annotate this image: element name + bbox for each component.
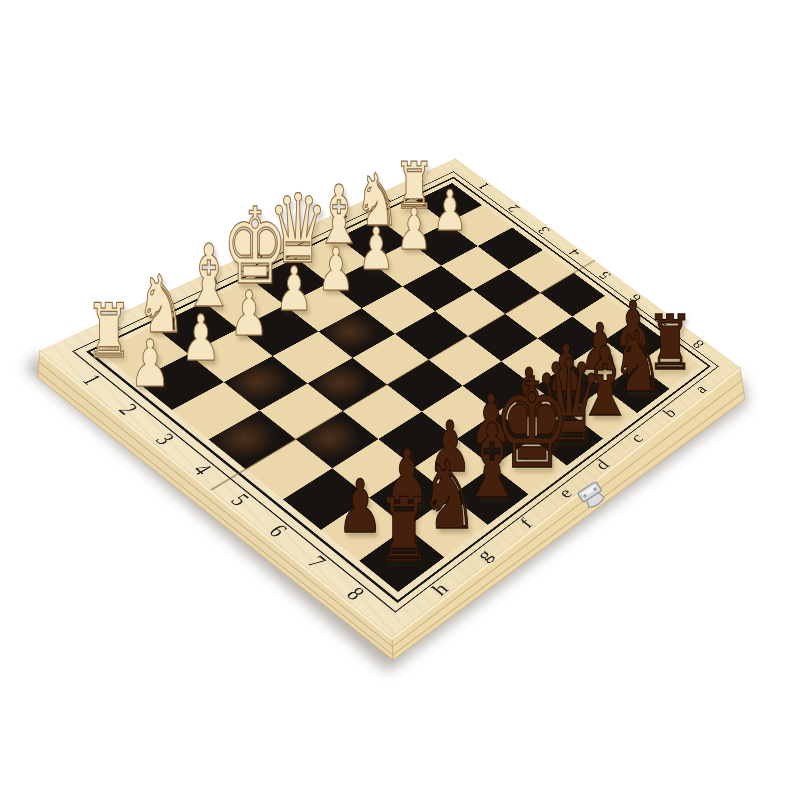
clasp-overlay bbox=[0, 0, 800, 800]
chess-set-photo: 11hh22gg33ff44ee55dd66cc77bb88aa ♜♞♟♝♟♛♟… bbox=[0, 0, 800, 800]
clasp-latch bbox=[577, 481, 607, 510]
